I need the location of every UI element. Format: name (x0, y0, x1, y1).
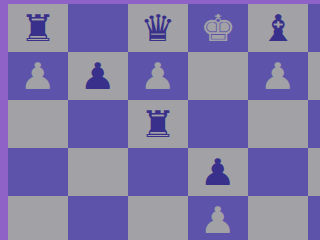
square-b7[interactable]: ♟ (68, 52, 128, 100)
square-d5[interactable]: ♟ (188, 148, 248, 196)
square-c7[interactable]: ♟ (128, 52, 188, 100)
black-rook: ♜ (20, 6, 56, 50)
square-c5[interactable] (128, 148, 188, 196)
white-pawn: ♟ (200, 198, 236, 240)
square-a7[interactable]: ♟ (8, 52, 68, 100)
square-c4[interactable] (128, 196, 188, 240)
black-bishop: ♝ (260, 6, 296, 50)
square-b5[interactable] (68, 148, 128, 196)
square-e7[interactable]: ♟ (248, 52, 308, 100)
square-e4[interactable] (248, 196, 308, 240)
black-pawn: ♟ (140, 54, 176, 98)
white-rook: ♜ (140, 102, 176, 146)
square-f5[interactable]: ♞ (308, 148, 320, 196)
square-d4[interactable]: ♟ (188, 196, 248, 240)
square-e5[interactable] (248, 148, 308, 196)
square-b6[interactable] (68, 100, 128, 148)
square-d7[interactable] (188, 52, 248, 100)
black-queen: ♛ (140, 6, 176, 50)
black-pawn: ♟ (260, 54, 296, 98)
square-f7[interactable]: ♟ (308, 52, 320, 100)
square-b8[interactable] (68, 4, 128, 52)
square-a8[interactable]: ♜ (8, 4, 68, 52)
square-f8[interactable]: ♞ (308, 4, 320, 52)
black-king: ♚ (200, 6, 236, 50)
square-e8[interactable]: ♝ (248, 4, 308, 52)
square-e6[interactable] (248, 100, 308, 148)
square-d6[interactable] (188, 100, 248, 148)
black-pawn: ♟ (200, 150, 236, 194)
black-pawn: ♟ (80, 54, 116, 98)
black-pawn: ♟ (20, 54, 56, 98)
square-f6[interactable] (308, 100, 320, 148)
square-b4[interactable] (68, 196, 128, 240)
chess-board: ♜♛♚♝♞♜♟♟♟♟♟♝♟♜♟♞♟♞♟♞♟♟♟♟♝♟♜♝♛♜♚ (8, 4, 320, 240)
square-a6[interactable] (8, 100, 68, 148)
square-f4[interactable] (308, 196, 320, 240)
chess-program-screen: ♜♛♚♝♞♜♟♟♟♟♟♝♟♜♟♞♟♞♟♞♟♟♟♟♝♟♜♝♛♜♚ CC F5 TI… (0, 0, 320, 240)
square-a4[interactable] (8, 196, 68, 240)
square-c8[interactable]: ♛ (128, 4, 188, 52)
square-d8[interactable]: ♚ (188, 4, 248, 52)
square-a5[interactable] (8, 148, 68, 196)
square-c6[interactable]: ♜ (128, 100, 188, 148)
